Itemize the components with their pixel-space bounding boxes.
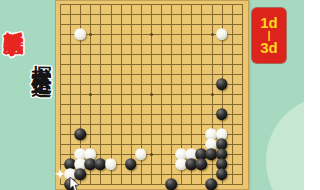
board-cell[interactable] xyxy=(65,59,75,69)
board-cell[interactable] xyxy=(176,39,186,49)
board-cell[interactable] xyxy=(186,49,196,59)
board-cell[interactable] xyxy=(146,149,156,159)
board-cell[interactable] xyxy=(176,19,186,29)
board-cell[interactable] xyxy=(105,89,115,99)
board-cell[interactable] xyxy=(116,109,126,119)
board-cell[interactable] xyxy=(217,49,227,59)
board-cell[interactable] xyxy=(85,39,95,49)
board-cell[interactable] xyxy=(126,169,136,179)
board-cell[interactable] xyxy=(166,79,176,89)
board-cell[interactable] xyxy=(186,59,196,69)
board-cell[interactable] xyxy=(95,99,105,109)
board-cell[interactable] xyxy=(227,19,237,29)
board-cell[interactable] xyxy=(166,109,176,119)
board-cell[interactable] xyxy=(237,9,247,19)
board-cell[interactable] xyxy=(166,39,176,49)
board-cell[interactable] xyxy=(85,89,95,99)
board-cell[interactable] xyxy=(75,39,85,49)
board-cell[interactable] xyxy=(217,79,227,89)
board-cell[interactable] xyxy=(237,59,247,69)
board-cell[interactable] xyxy=(65,79,75,89)
board-cell[interactable] xyxy=(186,79,196,89)
board-cell[interactable] xyxy=(105,99,115,109)
board-cell[interactable] xyxy=(146,139,156,149)
board-cell[interactable] xyxy=(55,0,65,9)
board-cell[interactable] xyxy=(126,79,136,89)
board-cell[interactable] xyxy=(156,99,166,109)
board-cell[interactable] xyxy=(85,119,95,129)
board-cell[interactable] xyxy=(55,119,65,129)
board-cell[interactable] xyxy=(186,0,196,9)
board-cell[interactable] xyxy=(65,119,75,129)
board-cell[interactable] xyxy=(116,139,126,149)
board-cell[interactable] xyxy=(206,0,216,9)
board-cell[interactable] xyxy=(126,29,136,39)
board-cell[interactable] xyxy=(105,159,115,169)
board-cell[interactable] xyxy=(237,19,247,29)
board-cell[interactable] xyxy=(217,109,227,119)
board-cell[interactable] xyxy=(136,149,146,159)
board-cell[interactable] xyxy=(227,129,237,139)
board-cell[interactable] xyxy=(85,9,95,19)
board-cell[interactable] xyxy=(136,159,146,169)
board-cell[interactable] xyxy=(105,109,115,119)
board-cell[interactable] xyxy=(75,9,85,19)
board-cell[interactable] xyxy=(116,39,126,49)
board-cell[interactable] xyxy=(217,169,227,179)
board-cell[interactable] xyxy=(196,19,206,29)
board-cell[interactable] xyxy=(95,69,105,79)
board-cell[interactable] xyxy=(186,19,196,29)
board-cell[interactable] xyxy=(146,89,156,99)
board-cell[interactable] xyxy=(156,29,166,39)
board-cell[interactable] xyxy=(126,99,136,109)
board-cell[interactable] xyxy=(227,59,237,69)
board-cell[interactable] xyxy=(136,129,146,139)
board-cell[interactable] xyxy=(237,69,247,79)
board-cell[interactable] xyxy=(227,9,237,19)
board-cell[interactable] xyxy=(206,69,216,79)
board-cell[interactable] xyxy=(166,59,176,69)
board-cell[interactable] xyxy=(75,99,85,109)
board-cell[interactable] xyxy=(75,109,85,119)
board-cell[interactable] xyxy=(95,169,105,179)
board-cell[interactable] xyxy=(196,169,206,179)
board-cell[interactable] xyxy=(146,119,156,129)
board-cell[interactable] xyxy=(156,89,166,99)
board-grid[interactable] xyxy=(55,0,247,189)
board-cell[interactable] xyxy=(186,69,196,79)
board-cell[interactable] xyxy=(55,29,65,39)
board-cell[interactable] xyxy=(55,49,65,59)
board-cell[interactable] xyxy=(146,29,156,39)
board-cell[interactable] xyxy=(146,59,156,69)
board-cell[interactable] xyxy=(156,39,166,49)
board-cell[interactable] xyxy=(55,109,65,119)
board-cell[interactable] xyxy=(227,139,237,149)
board-cell[interactable] xyxy=(156,19,166,29)
board-cell[interactable] xyxy=(136,89,146,99)
board-cell[interactable] xyxy=(156,169,166,179)
board-cell[interactable] xyxy=(156,9,166,19)
board-cell[interactable] xyxy=(237,169,247,179)
board-cell[interactable] xyxy=(237,79,247,89)
board-cell[interactable] xyxy=(166,179,176,189)
board-cell[interactable] xyxy=(176,49,186,59)
board-cell[interactable] xyxy=(156,109,166,119)
board-cell[interactable] xyxy=(166,49,176,59)
board-cell[interactable] xyxy=(166,89,176,99)
board-cell[interactable] xyxy=(95,79,105,89)
board-cell[interactable] xyxy=(227,39,237,49)
board-cell[interactable] xyxy=(95,49,105,59)
board-cell[interactable] xyxy=(116,99,126,109)
board-cell[interactable] xyxy=(75,49,85,59)
board-cell[interactable] xyxy=(166,69,176,79)
board-cell[interactable] xyxy=(186,169,196,179)
board-cell[interactable] xyxy=(237,119,247,129)
board-cell[interactable] xyxy=(65,69,75,79)
board-cell[interactable] xyxy=(186,39,196,49)
board-cell[interactable] xyxy=(146,179,156,189)
board-cell[interactable] xyxy=(196,99,206,109)
board-cell[interactable] xyxy=(136,39,146,49)
board-cell[interactable] xyxy=(55,69,65,79)
board-cell[interactable] xyxy=(237,29,247,39)
board-cell[interactable] xyxy=(95,109,105,119)
board-cell[interactable] xyxy=(105,139,115,149)
board-cell[interactable] xyxy=(227,169,237,179)
board-cell[interactable] xyxy=(186,99,196,109)
board-cell[interactable] xyxy=(186,129,196,139)
board-cell[interactable] xyxy=(217,89,227,99)
board-cell[interactable] xyxy=(227,149,237,159)
board-cell[interactable] xyxy=(105,9,115,19)
board-cell[interactable] xyxy=(116,19,126,29)
board-cell[interactable] xyxy=(55,149,65,159)
board-cell[interactable] xyxy=(126,89,136,99)
board-cell[interactable] xyxy=(65,0,75,9)
board-cell[interactable] xyxy=(116,29,126,39)
board-cell[interactable] xyxy=(176,99,186,109)
board-cell[interactable] xyxy=(206,99,216,109)
board-cell[interactable] xyxy=(55,19,65,29)
board-cell[interactable] xyxy=(126,119,136,129)
board-cell[interactable] xyxy=(75,0,85,9)
board-cell[interactable] xyxy=(105,59,115,69)
board-cell[interactable] xyxy=(146,159,156,169)
board-cell[interactable] xyxy=(75,89,85,99)
board-cell[interactable] xyxy=(105,69,115,79)
board-cell[interactable] xyxy=(176,69,186,79)
board-cell[interactable] xyxy=(227,89,237,99)
board-cell[interactable] xyxy=(146,169,156,179)
board-cell[interactable] xyxy=(166,19,176,29)
board-cell[interactable] xyxy=(85,69,95,79)
board-cell[interactable] xyxy=(116,79,126,89)
board-cell[interactable] xyxy=(95,59,105,69)
board-cell[interactable] xyxy=(166,129,176,139)
board-cell[interactable] xyxy=(55,99,65,109)
board-cell[interactable] xyxy=(136,29,146,39)
board-cell[interactable] xyxy=(217,39,227,49)
go-board[interactable] xyxy=(55,0,249,190)
board-cell[interactable] xyxy=(136,169,146,179)
board-cell[interactable] xyxy=(227,29,237,39)
board-cell[interactable] xyxy=(116,169,126,179)
board-cell[interactable] xyxy=(227,49,237,59)
board-cell[interactable] xyxy=(65,139,75,149)
board-cell[interactable] xyxy=(217,9,227,19)
board-cell[interactable] xyxy=(136,0,146,9)
board-cell[interactable] xyxy=(136,49,146,59)
board-cell[interactable] xyxy=(105,19,115,29)
board-cell[interactable] xyxy=(95,89,105,99)
board-cell[interactable] xyxy=(116,129,126,139)
board-cell[interactable] xyxy=(186,179,196,189)
board-cell[interactable] xyxy=(65,89,75,99)
board-cell[interactable] xyxy=(85,79,95,89)
board-cell[interactable] xyxy=(186,29,196,39)
board-cell[interactable] xyxy=(166,29,176,39)
board-cell[interactable] xyxy=(206,19,216,29)
board-cell[interactable] xyxy=(156,59,166,69)
board-cell[interactable] xyxy=(136,59,146,69)
board-cell[interactable] xyxy=(85,59,95,69)
board-cell[interactable] xyxy=(136,179,146,189)
board-cell[interactable] xyxy=(95,29,105,39)
board-cell[interactable] xyxy=(146,109,156,119)
board-cell[interactable] xyxy=(196,49,206,59)
board-cell[interactable] xyxy=(237,139,247,149)
board-cell[interactable] xyxy=(156,159,166,169)
board-cell[interactable] xyxy=(166,99,176,109)
board-cell[interactable] xyxy=(206,39,216,49)
board-cell[interactable] xyxy=(196,89,206,99)
board-cell[interactable] xyxy=(176,29,186,39)
board-cell[interactable] xyxy=(237,39,247,49)
board-cell[interactable] xyxy=(85,129,95,139)
board-cell[interactable] xyxy=(55,59,65,69)
board-cell[interactable] xyxy=(186,109,196,119)
board-cell[interactable] xyxy=(237,179,247,189)
board-cell[interactable] xyxy=(65,99,75,109)
board-cell[interactable] xyxy=(126,159,136,169)
board-cell[interactable] xyxy=(136,69,146,79)
board-cell[interactable] xyxy=(206,89,216,99)
board-cell[interactable] xyxy=(105,129,115,139)
board-cell[interactable] xyxy=(156,149,166,159)
board-cell[interactable] xyxy=(227,179,237,189)
board-cell[interactable] xyxy=(116,89,126,99)
board-cell[interactable] xyxy=(237,99,247,109)
board-cell[interactable] xyxy=(126,9,136,19)
board-cell[interactable] xyxy=(146,39,156,49)
board-cell[interactable] xyxy=(166,139,176,149)
board-cell[interactable] xyxy=(227,69,237,79)
board-cell[interactable] xyxy=(126,129,136,139)
board-cell[interactable] xyxy=(217,59,227,69)
board-cell[interactable] xyxy=(237,159,247,169)
board-cell[interactable] xyxy=(206,9,216,19)
board-cell[interactable] xyxy=(156,49,166,59)
board-cell[interactable] xyxy=(237,89,247,99)
board-cell[interactable] xyxy=(206,49,216,59)
board-cell[interactable] xyxy=(105,29,115,39)
board-cell[interactable] xyxy=(227,119,237,129)
board-cell[interactable] xyxy=(116,179,126,189)
board-cell[interactable] xyxy=(105,119,115,129)
board-cell[interactable] xyxy=(55,129,65,139)
board-cell[interactable] xyxy=(206,59,216,69)
board-cell[interactable] xyxy=(75,29,85,39)
board-cell[interactable] xyxy=(85,49,95,59)
board-cell[interactable] xyxy=(95,129,105,139)
board-cell[interactable] xyxy=(55,89,65,99)
board-cell[interactable] xyxy=(166,119,176,129)
board-cell[interactable] xyxy=(196,109,206,119)
board-cell[interactable] xyxy=(95,19,105,29)
board-cell[interactable] xyxy=(237,149,247,159)
board-cell[interactable] xyxy=(156,79,166,89)
board-cell[interactable] xyxy=(85,29,95,39)
board-cell[interactable] xyxy=(176,109,186,119)
board-cell[interactable] xyxy=(116,0,126,9)
board-cell[interactable] xyxy=(126,0,136,9)
board-cell[interactable] xyxy=(85,179,95,189)
board-cell[interactable] xyxy=(65,9,75,19)
board-cell[interactable] xyxy=(65,19,75,29)
board-cell[interactable] xyxy=(116,69,126,79)
board-cell[interactable] xyxy=(146,0,156,9)
board-cell[interactable] xyxy=(105,39,115,49)
board-cell[interactable] xyxy=(95,119,105,129)
board-cell[interactable] xyxy=(65,49,75,59)
board-cell[interactable] xyxy=(146,49,156,59)
board-cell[interactable] xyxy=(176,119,186,129)
board-cell[interactable] xyxy=(75,129,85,139)
board-cell[interactable] xyxy=(196,9,206,19)
board-cell[interactable] xyxy=(146,19,156,29)
board-cell[interactable] xyxy=(237,0,247,9)
board-cell[interactable] xyxy=(176,79,186,89)
board-cell[interactable] xyxy=(85,169,95,179)
board-cell[interactable] xyxy=(105,169,115,179)
board-cell[interactable] xyxy=(156,119,166,129)
board-cell[interactable] xyxy=(136,119,146,129)
board-cell[interactable] xyxy=(227,99,237,109)
board-cell[interactable] xyxy=(136,109,146,119)
board-cell[interactable] xyxy=(95,9,105,19)
board-cell[interactable] xyxy=(136,99,146,109)
board-cell[interactable] xyxy=(95,139,105,149)
board-cell[interactable] xyxy=(196,79,206,89)
board-cell[interactable] xyxy=(146,9,156,19)
board-cell[interactable] xyxy=(105,179,115,189)
board-cell[interactable] xyxy=(176,89,186,99)
board-cell[interactable] xyxy=(217,179,227,189)
board-cell[interactable] xyxy=(217,29,227,39)
board-cell[interactable] xyxy=(227,0,237,9)
board-cell[interactable] xyxy=(116,149,126,159)
board-cell[interactable] xyxy=(85,109,95,119)
board-cell[interactable] xyxy=(65,39,75,49)
board-cell[interactable] xyxy=(116,119,126,129)
board-cell[interactable] xyxy=(176,179,186,189)
board-cell[interactable] xyxy=(136,9,146,19)
board-cell[interactable] xyxy=(237,109,247,119)
board-cell[interactable] xyxy=(176,59,186,69)
board-cell[interactable] xyxy=(55,39,65,49)
board-cell[interactable] xyxy=(196,69,206,79)
board-cell[interactable] xyxy=(186,89,196,99)
board-cell[interactable] xyxy=(126,59,136,69)
board-cell[interactable] xyxy=(186,119,196,129)
board-cell[interactable] xyxy=(126,109,136,119)
board-cell[interactable] xyxy=(105,0,115,9)
board-cell[interactable] xyxy=(227,109,237,119)
board-cell[interactable] xyxy=(55,79,65,89)
board-cell[interactable] xyxy=(85,99,95,109)
board-cell[interactable] xyxy=(227,159,237,169)
board-cell[interactable] xyxy=(95,179,105,189)
board-cell[interactable] xyxy=(146,129,156,139)
board-cell[interactable] xyxy=(116,49,126,59)
board-cell[interactable] xyxy=(126,69,136,79)
board-cell[interactable] xyxy=(95,39,105,49)
board-cell[interactable] xyxy=(126,19,136,29)
board-cell[interactable] xyxy=(196,0,206,9)
board-cell[interactable] xyxy=(186,9,196,19)
board-cell[interactable] xyxy=(55,9,65,19)
board-cell[interactable] xyxy=(146,69,156,79)
board-cell[interactable] xyxy=(105,79,115,89)
board-cell[interactable] xyxy=(136,19,146,29)
board-cell[interactable] xyxy=(75,79,85,89)
board-cell[interactable] xyxy=(156,69,166,79)
board-cell[interactable] xyxy=(126,139,136,149)
board-cell[interactable] xyxy=(116,9,126,19)
board-cell[interactable] xyxy=(126,49,136,59)
board-cell[interactable] xyxy=(55,139,65,149)
board-cell[interactable] xyxy=(166,9,176,19)
board-cell[interactable] xyxy=(196,39,206,49)
board-cell[interactable] xyxy=(217,0,227,9)
board-cell[interactable] xyxy=(156,129,166,139)
board-cell[interactable] xyxy=(237,129,247,139)
board-cell[interactable] xyxy=(196,159,206,169)
board-cell[interactable] xyxy=(146,99,156,109)
board-cell[interactable] xyxy=(126,39,136,49)
board-cell[interactable] xyxy=(196,59,206,69)
board-cell[interactable] xyxy=(126,179,136,189)
board-cell[interactable] xyxy=(176,9,186,19)
board-cell[interactable] xyxy=(166,0,176,9)
board-cell[interactable] xyxy=(75,69,85,79)
board-cell[interactable] xyxy=(176,129,186,139)
board-cell[interactable] xyxy=(85,0,95,9)
board-cell[interactable] xyxy=(146,79,156,89)
board-cell[interactable] xyxy=(85,19,95,29)
board-cell[interactable] xyxy=(75,59,85,69)
board-cell[interactable] xyxy=(136,79,146,89)
board-cell[interactable] xyxy=(176,169,186,179)
board-cell[interactable] xyxy=(156,139,166,149)
board-cell[interactable] xyxy=(206,179,216,189)
board-cell[interactable] xyxy=(227,79,237,89)
board-cell[interactable] xyxy=(156,0,166,9)
board-cell[interactable] xyxy=(65,109,75,119)
